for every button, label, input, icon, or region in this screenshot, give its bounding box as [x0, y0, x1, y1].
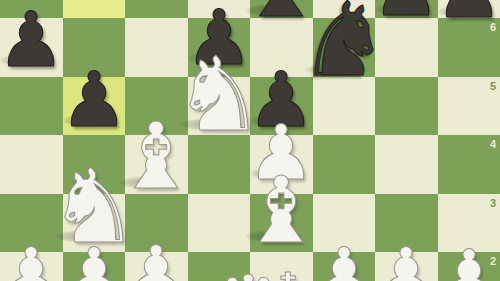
piece-white-pawn-h2[interactable]: ♟: [435, 240, 500, 281]
rank-label-4: 4: [490, 138, 496, 150]
square-g4[interactable]: [375, 135, 438, 194]
rank-label-3: 3: [490, 197, 496, 209]
piece-white-pawn-b2[interactable]: ♟: [60, 238, 128, 281]
chess-board-screenshot: 65432 ♝♟♟♟♟♞♟♟♞♝♟♞♝♟♟♟♟♟♟♛♚: [0, 0, 500, 281]
piece-white-pawn-a2[interactable]: ♟: [0, 238, 65, 281]
square-b7[interactable]: [63, 0, 126, 18]
piece-white-pawn-g2[interactable]: ♟: [372, 238, 440, 281]
rank-label-5: 5: [490, 80, 496, 92]
square-c7[interactable]: [125, 0, 188, 18]
piece-white-king-e1[interactable]: ♚: [245, 261, 331, 281]
square-a5[interactable]: [0, 77, 63, 135]
piece-black-pawn-h7[interactable]: ♟: [435, 0, 500, 29]
piece-black-pawn-a6[interactable]: ♟: [0, 2, 65, 78]
piece-white-pawn-c2[interactable]: ♟: [122, 236, 190, 281]
